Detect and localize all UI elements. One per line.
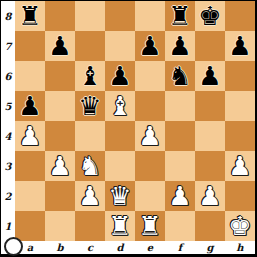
piece-black-bishop-c6[interactable]: ♝ [75,61,105,91]
square-e6[interactable] [135,61,165,91]
piece-white-pawn-f2[interactable]: ♟ [165,181,195,211]
piece-black-queen-c5[interactable]: ♛ [75,91,105,121]
piece-black-rook-a8[interactable]: ♜ [15,1,45,31]
square-f4[interactable] [165,121,195,151]
square-b6[interactable] [45,61,75,91]
square-c3[interactable]: ♞ [75,151,105,181]
square-c7[interactable] [75,31,105,61]
piece-black-pawn-b7[interactable]: ♟ [45,31,75,61]
square-c4[interactable] [75,121,105,151]
square-b5[interactable] [45,91,75,121]
square-d6[interactable]: ♟ [105,61,135,91]
square-a5[interactable]: ♟ [15,91,45,121]
square-c2[interactable]: ♟ [75,181,105,211]
rank-label-2: 2 [1,181,15,211]
square-e7[interactable]: ♟ [135,31,165,61]
square-f3[interactable] [165,151,195,181]
piece-black-pawn-d6[interactable]: ♟ [105,61,135,91]
square-h1[interactable]: ♚ [225,211,255,241]
file-label-c: c [75,241,105,254]
piece-black-rook-f8[interactable]: ♜ [165,1,195,31]
piece-white-pawn-b3[interactable]: ♟ [45,151,75,181]
square-a3[interactable] [15,151,45,181]
rank-label-8: 8 [1,1,15,31]
square-h7[interactable]: ♟ [225,31,255,61]
piece-black-pawn-f7[interactable]: ♟ [165,31,195,61]
piece-white-pawn-e4[interactable]: ♟ [135,121,165,151]
square-e8[interactable] [135,1,165,31]
piece-black-pawn-e7[interactable]: ♟ [135,31,165,61]
piece-white-rook-e1[interactable]: ♜ [135,211,165,241]
piece-white-knight-c3[interactable]: ♞ [75,151,105,181]
file-label-h: h [225,241,255,254]
piece-white-pawn-c2[interactable]: ♟ [75,181,105,211]
square-b3[interactable]: ♟ [45,151,75,181]
file-label-f: f [165,241,195,254]
piece-white-queen-d2[interactable]: ♛ [105,181,135,211]
square-g3[interactable] [195,151,225,181]
chess-position-diagram: 87654321 ♜♜♚♟♟♟♟♝♟♞♟♟♛♝♟♟♟♞♟♟♛♟♟♜♜♚ abcd… [0,0,257,257]
square-b4[interactable] [45,121,75,151]
square-d8[interactable] [105,1,135,31]
square-b2[interactable] [45,181,75,211]
square-c6[interactable]: ♝ [75,61,105,91]
square-g4[interactable] [195,121,225,151]
file-label-e: e [135,241,165,254]
square-g7[interactable] [195,31,225,61]
square-d2[interactable]: ♛ [105,181,135,211]
square-a1[interactable] [15,211,45,241]
side-to-move-indicator [4,237,23,256]
piece-white-pawn-h3[interactable]: ♟ [225,151,255,181]
square-b7[interactable]: ♟ [45,31,75,61]
file-label-b: b [45,241,75,254]
file-label-d: d [105,241,135,254]
square-f5[interactable] [165,91,195,121]
file-labels: abcdefgh [1,241,255,254]
square-b8[interactable] [45,1,75,31]
square-g1[interactable] [195,211,225,241]
rank-label-3: 3 [1,151,15,181]
piece-black-knight-f6[interactable]: ♞ [165,61,195,91]
rank-label-6: 6 [1,61,15,91]
square-d7[interactable] [105,31,135,61]
piece-white-pawn-g2[interactable]: ♟ [195,181,225,211]
piece-white-king-h1[interactable]: ♚ [225,211,255,241]
square-e4[interactable]: ♟ [135,121,165,151]
square-c8[interactable] [75,1,105,31]
square-h6[interactable] [225,61,255,91]
piece-black-king-g8[interactable]: ♚ [195,1,225,31]
square-a4[interactable]: ♟ [15,121,45,151]
piece-black-pawn-g6[interactable]: ♟ [195,61,225,91]
square-g6[interactable]: ♟ [195,61,225,91]
square-d1[interactable]: ♜ [105,211,135,241]
square-g8[interactable]: ♚ [195,1,225,31]
square-e5[interactable] [135,91,165,121]
square-e2[interactable] [135,181,165,211]
square-f1[interactable] [165,211,195,241]
square-a7[interactable] [15,31,45,61]
square-h8[interactable] [225,1,255,31]
square-h2[interactable] [225,181,255,211]
square-d5[interactable]: ♝ [105,91,135,121]
rank-label-4: 4 [1,121,15,151]
square-g2[interactable]: ♟ [195,181,225,211]
piece-black-pawn-a5[interactable]: ♟ [15,91,45,121]
square-f2[interactable]: ♟ [165,181,195,211]
rank-labels: 87654321 [1,1,15,241]
square-f7[interactable]: ♟ [165,31,195,61]
chess-board: ♜♜♚♟♟♟♟♝♟♞♟♟♛♝♟♟♟♞♟♟♛♟♟♜♜♚ [15,1,255,241]
square-f6[interactable]: ♞ [165,61,195,91]
square-c1[interactable] [75,211,105,241]
square-d4[interactable] [105,121,135,151]
square-b1[interactable] [45,211,75,241]
square-d3[interactable] [105,151,135,181]
rank-label-7: 7 [1,31,15,61]
square-e1[interactable]: ♜ [135,211,165,241]
file-label-g: g [195,241,225,254]
square-h4[interactable] [225,121,255,151]
piece-black-pawn-h7[interactable]: ♟ [225,31,255,61]
square-f8[interactable]: ♜ [165,1,195,31]
square-g5[interactable] [195,91,225,121]
square-a6[interactable] [15,61,45,91]
piece-white-pawn-a4[interactable]: ♟ [15,121,45,151]
square-a2[interactable] [15,181,45,211]
rank-label-5: 5 [1,91,15,121]
square-c5[interactable]: ♛ [75,91,105,121]
square-a8[interactable]: ♜ [15,1,45,31]
piece-white-bishop-d5[interactable]: ♝ [105,91,135,121]
piece-white-rook-d1[interactable]: ♜ [105,211,135,241]
square-h5[interactable] [225,91,255,121]
square-h3[interactable]: ♟ [225,151,255,181]
square-e3[interactable] [135,151,165,181]
